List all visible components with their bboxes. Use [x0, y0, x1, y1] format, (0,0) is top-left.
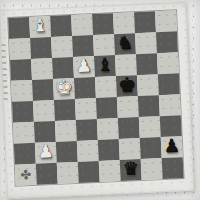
square-a4[interactable] — [12, 101, 34, 123]
square-g6[interactable] — [136, 53, 158, 75]
piece-white-bishop-b8[interactable]: ♝ — [32, 16, 49, 35]
photo-background: ♝♞♟♝♚♚♟♟✤♛ — [0, 0, 200, 200]
square-e1[interactable] — [99, 160, 121, 182]
square-g2[interactable] — [140, 137, 162, 159]
square-g5[interactable] — [137, 74, 159, 96]
square-h1[interactable] — [162, 157, 184, 179]
square-e4[interactable] — [96, 97, 118, 119]
square-a7[interactable] — [9, 38, 31, 60]
square-d6[interactable]: ♟ — [73, 56, 95, 78]
square-f3[interactable] — [118, 117, 140, 139]
piece-black-king-f5[interactable]: ♚ — [117, 74, 136, 95]
square-a1[interactable]: ✤ — [15, 164, 37, 186]
piece-white-pawn-d6[interactable]: ♟ — [75, 56, 92, 75]
square-e6[interactable]: ♝ — [94, 55, 116, 77]
chess-board: ♝♞♟♝♚♚♟♟✤♛ — [0, 2, 194, 199]
board-grid: ♝♞♟♝♚♚♟♟✤♛ — [7, 9, 185, 187]
square-g1[interactable] — [141, 158, 163, 180]
square-e2[interactable] — [98, 139, 120, 161]
square-c2[interactable] — [56, 141, 78, 163]
square-b7[interactable] — [30, 37, 52, 59]
square-b2[interactable]: ♟ — [35, 142, 57, 164]
square-a3[interactable] — [13, 122, 35, 144]
square-e3[interactable] — [97, 118, 119, 140]
square-d8[interactable] — [71, 14, 93, 36]
square-f1[interactable]: ♛ — [120, 159, 142, 181]
square-a2[interactable] — [14, 143, 36, 165]
square-g8[interactable] — [134, 11, 156, 33]
square-e8[interactable] — [92, 13, 114, 35]
square-c4[interactable] — [54, 99, 76, 121]
square-d5[interactable] — [74, 77, 96, 99]
piece-black-bishop-e6[interactable]: ♝ — [96, 55, 113, 74]
square-c3[interactable] — [55, 120, 77, 142]
square-a6[interactable] — [10, 59, 32, 81]
square-g4[interactable] — [138, 95, 160, 117]
square-g3[interactable] — [139, 116, 161, 138]
square-b1[interactable] — [36, 163, 58, 185]
board-corner-ornament: ✤ — [14, 163, 37, 186]
square-b8[interactable]: ♝ — [29, 16, 51, 38]
square-g7[interactable] — [135, 32, 157, 54]
square-c8[interactable] — [50, 15, 72, 37]
square-d4[interactable] — [75, 98, 97, 120]
piece-black-pawn-h2[interactable]: ♟ — [163, 136, 180, 155]
square-f4[interactable] — [117, 96, 139, 118]
square-e5[interactable] — [95, 76, 117, 98]
square-b5[interactable] — [32, 79, 54, 101]
square-f5[interactable]: ♚ — [116, 75, 138, 97]
square-c5[interactable]: ♚ — [53, 78, 75, 100]
square-h8[interactable] — [155, 10, 177, 32]
piece-white-pawn-b2[interactable]: ♟ — [37, 141, 54, 160]
square-d1[interactable] — [78, 161, 100, 183]
square-f7[interactable]: ♞ — [114, 33, 136, 55]
square-d3[interactable] — [76, 119, 98, 141]
square-h6[interactable] — [157, 52, 179, 74]
square-c1[interactable] — [57, 162, 79, 184]
square-c7[interactable] — [51, 36, 73, 58]
piece-black-knight-f7[interactable]: ♞ — [116, 33, 133, 52]
square-h5[interactable] — [158, 73, 180, 95]
piece-white-king-c5[interactable]: ♚ — [54, 77, 73, 98]
square-h7[interactable] — [156, 31, 178, 53]
board-edge-print — [1, 44, 8, 100]
square-h2[interactable]: ♟ — [161, 136, 183, 158]
square-h4[interactable] — [159, 94, 181, 116]
square-b4[interactable] — [33, 100, 55, 122]
square-b6[interactable] — [31, 58, 53, 80]
square-a8[interactable] — [8, 17, 30, 39]
square-d2[interactable] — [77, 140, 99, 162]
piece-black-queen-f1[interactable]: ♛ — [122, 159, 139, 178]
square-a5[interactable] — [11, 80, 33, 102]
